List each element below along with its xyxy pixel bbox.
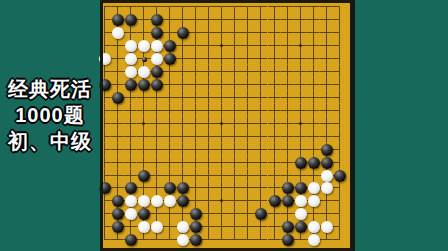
board-cell xyxy=(150,207,163,220)
board-cell xyxy=(111,130,124,143)
board-cell xyxy=(150,233,163,246)
board-cell xyxy=(241,169,254,182)
black-stone xyxy=(125,79,137,91)
board-cell xyxy=(163,117,176,130)
white-stone xyxy=(138,40,150,52)
board-cell xyxy=(294,26,307,39)
black-stone xyxy=(151,66,163,78)
series-title-line-1: 经典死活 xyxy=(0,76,100,102)
series-title: 经典死活 1000题 初、中级 xyxy=(0,76,100,154)
board-cell xyxy=(111,78,124,91)
board-cell xyxy=(294,207,307,220)
board-cell xyxy=(254,91,267,104)
board-cell xyxy=(111,52,124,65)
board-cell xyxy=(254,78,267,91)
board-cell xyxy=(215,26,228,39)
board-cell xyxy=(228,78,241,91)
board-cell xyxy=(241,91,254,104)
board-cell xyxy=(163,169,176,182)
board-cell xyxy=(320,91,333,104)
board-cell xyxy=(268,169,281,182)
board-cell xyxy=(163,13,176,26)
board-cell xyxy=(281,117,294,130)
board-cell xyxy=(294,52,307,65)
board-cell xyxy=(150,91,163,104)
board-cell xyxy=(215,52,228,65)
board-cell xyxy=(241,182,254,195)
board-cell xyxy=(228,104,241,117)
board-cell xyxy=(294,143,307,156)
white-stone xyxy=(321,221,333,233)
black-stone xyxy=(177,27,189,39)
board-cell xyxy=(268,194,281,207)
white-stone xyxy=(321,170,333,182)
white-stone xyxy=(308,234,320,246)
board-cell xyxy=(111,26,124,39)
board-cell xyxy=(111,65,124,78)
white-stone xyxy=(164,195,176,207)
board-cell xyxy=(294,233,307,246)
board-cell xyxy=(111,182,124,195)
board-cell xyxy=(137,104,150,117)
board-cell xyxy=(215,78,228,91)
board-cell xyxy=(228,52,241,65)
white-stone xyxy=(125,208,137,220)
black-stone xyxy=(138,170,150,182)
board-cell xyxy=(254,13,267,26)
board-cell xyxy=(241,143,254,156)
black-stone xyxy=(190,234,202,246)
black-stone xyxy=(151,79,163,91)
board-cell xyxy=(254,182,267,195)
board-cell xyxy=(320,156,333,169)
board-cell xyxy=(189,52,202,65)
board-cell xyxy=(163,233,176,246)
board-cell xyxy=(189,117,202,130)
board-cell xyxy=(241,194,254,207)
white-stone xyxy=(308,221,320,233)
board-cell xyxy=(137,26,150,39)
white-stone xyxy=(321,182,333,194)
board-cell xyxy=(202,182,215,195)
black-stone xyxy=(269,195,281,207)
board-cell xyxy=(333,169,346,182)
board-right-edge xyxy=(350,0,355,251)
board-cell xyxy=(202,91,215,104)
board-cell xyxy=(307,156,320,169)
board-cell xyxy=(176,65,189,78)
board-cell xyxy=(241,130,254,143)
board-cell xyxy=(189,194,202,207)
board-cell xyxy=(281,52,294,65)
board-cell xyxy=(294,91,307,104)
video-thumbnail: 经典死活 1000题 初、中级 14期 xyxy=(0,0,448,251)
board-cell xyxy=(189,13,202,26)
board-cell xyxy=(150,194,163,207)
board-cell xyxy=(176,91,189,104)
board-cell xyxy=(294,104,307,117)
board-cell xyxy=(320,104,333,117)
board-cell xyxy=(268,143,281,156)
black-stone xyxy=(177,182,189,194)
board-cell xyxy=(228,194,241,207)
board-cell xyxy=(163,194,176,207)
black-stone xyxy=(295,157,307,169)
board-cell xyxy=(215,91,228,104)
board-cell xyxy=(268,104,281,117)
move-marker-dot xyxy=(142,57,147,62)
board-cell xyxy=(307,26,320,39)
board-cell xyxy=(307,207,320,220)
board-cell xyxy=(150,39,163,52)
black-stone xyxy=(177,195,189,207)
white-stone xyxy=(308,195,320,207)
board-cell xyxy=(228,169,241,182)
board-cell xyxy=(320,78,333,91)
board-cell xyxy=(202,78,215,91)
board-cell xyxy=(150,26,163,39)
white-stone xyxy=(125,195,137,207)
board-cell xyxy=(268,52,281,65)
white-stone xyxy=(151,195,163,207)
board-cell xyxy=(150,182,163,195)
board-cell xyxy=(333,130,346,143)
black-stone xyxy=(112,221,124,233)
board-cell xyxy=(202,169,215,182)
series-title-line-2: 1000题 xyxy=(0,102,100,128)
board-cell xyxy=(215,207,228,220)
board-cell xyxy=(137,233,150,246)
board-cell xyxy=(163,130,176,143)
left-title-panel: 经典死活 1000题 初、中级 xyxy=(0,0,100,251)
board-cell xyxy=(228,117,241,130)
board-cell xyxy=(215,104,228,117)
board-cell xyxy=(189,130,202,143)
board-cell xyxy=(150,117,163,130)
board-cell xyxy=(124,26,137,39)
board-cell xyxy=(228,91,241,104)
board-cell xyxy=(254,26,267,39)
board-cell xyxy=(333,207,346,220)
board-cell xyxy=(111,117,124,130)
board-cell xyxy=(281,65,294,78)
board-cell xyxy=(320,39,333,52)
board-cell xyxy=(189,65,202,78)
board-cell xyxy=(228,65,241,78)
white-stone xyxy=(177,221,189,233)
board-cell xyxy=(111,143,124,156)
board-cell xyxy=(189,26,202,39)
white-stone xyxy=(151,221,163,233)
board-cell xyxy=(254,52,267,65)
black-stone xyxy=(282,234,294,246)
board-cell xyxy=(163,78,176,91)
white-stone xyxy=(151,40,163,52)
board-cell xyxy=(320,65,333,78)
board-cell xyxy=(163,220,176,233)
board-cell xyxy=(176,220,189,233)
board-cell xyxy=(281,182,294,195)
board-cell xyxy=(228,207,241,220)
board-cell xyxy=(307,130,320,143)
board-cell xyxy=(228,130,241,143)
board-cell xyxy=(137,156,150,169)
board-cell xyxy=(333,220,346,233)
series-title-line-3: 初、中级 xyxy=(0,128,100,154)
board-cell xyxy=(254,39,267,52)
board-cell xyxy=(163,39,176,52)
board-cell xyxy=(228,182,241,195)
white-stone xyxy=(112,27,124,39)
board-cell xyxy=(281,220,294,233)
board-cell xyxy=(137,78,150,91)
board-cell xyxy=(254,104,267,117)
board-cell xyxy=(189,91,202,104)
board-cell xyxy=(124,78,137,91)
board-cell xyxy=(241,156,254,169)
white-stone xyxy=(125,53,137,65)
board-cell xyxy=(202,220,215,233)
board-cell xyxy=(189,220,202,233)
board-cell xyxy=(241,78,254,91)
black-stone xyxy=(125,14,137,26)
board-cell xyxy=(189,39,202,52)
board-cell xyxy=(176,156,189,169)
board-cell xyxy=(111,13,124,26)
board-cell xyxy=(254,65,267,78)
white-stone xyxy=(125,66,137,78)
board-cell xyxy=(150,220,163,233)
board-cell xyxy=(228,39,241,52)
board-cell xyxy=(202,13,215,26)
board-cell xyxy=(294,117,307,130)
black-stone xyxy=(190,221,202,233)
board-cell xyxy=(176,194,189,207)
board-cell xyxy=(215,156,228,169)
board-cell xyxy=(254,169,267,182)
board-cell xyxy=(294,220,307,233)
board-cell xyxy=(189,169,202,182)
board-cell xyxy=(320,182,333,195)
board-cell xyxy=(241,233,254,246)
board-cell xyxy=(111,207,124,220)
board-cell xyxy=(124,91,137,104)
white-stone xyxy=(138,195,150,207)
board-cell xyxy=(124,169,137,182)
board-cell xyxy=(307,52,320,65)
white-stone xyxy=(177,234,189,246)
black-stone xyxy=(295,221,307,233)
white-stone xyxy=(138,66,150,78)
board-cell xyxy=(215,39,228,52)
board-cell xyxy=(307,91,320,104)
board-cell xyxy=(228,156,241,169)
board-cell xyxy=(333,26,346,39)
board-cell xyxy=(268,182,281,195)
board-cell xyxy=(294,130,307,143)
board-cell xyxy=(320,233,333,246)
board-cell xyxy=(281,13,294,26)
black-stone xyxy=(282,221,294,233)
board-cell xyxy=(294,182,307,195)
board-cell xyxy=(281,207,294,220)
board-cell xyxy=(189,233,202,246)
board-cell xyxy=(111,233,124,246)
black-stone xyxy=(112,208,124,220)
board-cell xyxy=(137,169,150,182)
board-cell xyxy=(163,182,176,195)
board-cell xyxy=(137,130,150,143)
board-cell xyxy=(268,117,281,130)
board-cell xyxy=(111,194,124,207)
board-cell xyxy=(137,52,150,65)
board-cell xyxy=(202,207,215,220)
go-board-grid xyxy=(98,0,346,246)
board-cell xyxy=(307,65,320,78)
board-cell xyxy=(333,233,346,246)
board-cell xyxy=(137,91,150,104)
board-cell xyxy=(241,13,254,26)
black-stone xyxy=(255,208,267,220)
board-cell xyxy=(111,104,124,117)
board-cell xyxy=(202,143,215,156)
board-cell xyxy=(320,194,333,207)
board-cell xyxy=(294,169,307,182)
board-cell xyxy=(268,78,281,91)
board-cell xyxy=(124,52,137,65)
board-cell xyxy=(281,143,294,156)
board-cell xyxy=(320,52,333,65)
black-stone xyxy=(321,144,333,156)
board-cell xyxy=(333,156,346,169)
board-cell xyxy=(215,182,228,195)
board-cell xyxy=(189,207,202,220)
board-cell xyxy=(228,26,241,39)
board-cell xyxy=(124,13,137,26)
board-cell xyxy=(281,130,294,143)
board-cell xyxy=(268,39,281,52)
board-cell xyxy=(215,65,228,78)
board-cell xyxy=(163,156,176,169)
board-cell xyxy=(281,156,294,169)
board-cell xyxy=(163,26,176,39)
board-cell xyxy=(215,117,228,130)
board-cell xyxy=(241,39,254,52)
board-cell xyxy=(202,52,215,65)
board-cell xyxy=(176,143,189,156)
board-cell xyxy=(320,26,333,39)
board-cell xyxy=(124,182,137,195)
board-cell xyxy=(268,130,281,143)
board-cell xyxy=(307,182,320,195)
board-cell xyxy=(150,52,163,65)
board-cell xyxy=(228,220,241,233)
board-cell xyxy=(189,104,202,117)
board-cell xyxy=(215,194,228,207)
board-cell xyxy=(281,91,294,104)
white-stone xyxy=(295,208,307,220)
board-cell xyxy=(281,169,294,182)
board-cell xyxy=(202,104,215,117)
board-cell xyxy=(307,78,320,91)
board-cell xyxy=(124,117,137,130)
board-cell xyxy=(294,78,307,91)
board-cell xyxy=(281,78,294,91)
black-stone xyxy=(125,182,137,194)
board-cell xyxy=(163,104,176,117)
board-cell xyxy=(176,26,189,39)
board-cell xyxy=(163,91,176,104)
board-cell xyxy=(176,39,189,52)
board-cell xyxy=(307,143,320,156)
white-stone xyxy=(295,195,307,207)
board-cell xyxy=(150,78,163,91)
board-cell xyxy=(307,220,320,233)
board-cell xyxy=(202,156,215,169)
board-cell xyxy=(124,143,137,156)
board-cell xyxy=(202,39,215,52)
board-cell xyxy=(137,39,150,52)
board-cell xyxy=(320,207,333,220)
black-stone xyxy=(334,170,346,182)
board-cell xyxy=(268,156,281,169)
board-cell xyxy=(241,104,254,117)
board-cell xyxy=(294,194,307,207)
board-cell xyxy=(254,207,267,220)
board-cell xyxy=(189,156,202,169)
board-cell xyxy=(215,233,228,246)
board-cell xyxy=(176,130,189,143)
board-cell xyxy=(137,13,150,26)
board-cell xyxy=(307,117,320,130)
board-cell xyxy=(333,13,346,26)
board-cell xyxy=(137,194,150,207)
black-stone xyxy=(125,234,137,246)
black-stone xyxy=(164,182,176,194)
board-cell xyxy=(254,143,267,156)
board-cell xyxy=(176,117,189,130)
board-cell xyxy=(137,207,150,220)
board-cell xyxy=(333,104,346,117)
board-cell xyxy=(294,65,307,78)
board-cell xyxy=(202,117,215,130)
black-stone xyxy=(112,14,124,26)
white-stone xyxy=(125,40,137,52)
board-cell xyxy=(241,220,254,233)
board-cell xyxy=(111,169,124,182)
board-cell xyxy=(124,65,137,78)
board-cell xyxy=(254,130,267,143)
board-cell xyxy=(150,65,163,78)
board-cell xyxy=(124,104,137,117)
board-cell xyxy=(163,143,176,156)
board-cell xyxy=(333,194,346,207)
board-cell xyxy=(163,207,176,220)
board-cell xyxy=(137,220,150,233)
black-stone xyxy=(112,92,124,104)
board-cell xyxy=(150,104,163,117)
white-stone xyxy=(151,53,163,65)
board-cell xyxy=(320,130,333,143)
black-stone xyxy=(164,40,176,52)
board-top-edge xyxy=(100,0,355,3)
black-stone xyxy=(164,53,176,65)
board-cell xyxy=(241,65,254,78)
board-cell xyxy=(320,13,333,26)
board-cell xyxy=(333,91,346,104)
white-stone xyxy=(308,182,320,194)
board-cell xyxy=(176,52,189,65)
